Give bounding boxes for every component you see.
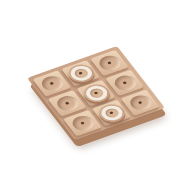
recess-center-hole [107, 62, 111, 65]
disc-piece[interactable] [79, 81, 114, 105]
cell-recess [53, 93, 82, 113]
cell-recess [68, 113, 97, 133]
recess-center-hole [138, 101, 142, 104]
recess-center-hole [50, 82, 54, 85]
recess-center-hole [80, 122, 84, 125]
disc-white-ring [82, 83, 111, 103]
disc-center-hole [94, 92, 98, 95]
recess-center-hole [65, 102, 69, 105]
disc-piece[interactable] [63, 61, 98, 85]
disc-white-ring [97, 103, 126, 123]
cell-recess [126, 93, 155, 113]
disc-piece[interactable] [94, 101, 129, 125]
cell-recess [37, 74, 66, 94]
disc-center-hole [109, 111, 113, 114]
cell-recess [110, 73, 139, 93]
photo-background [0, 0, 190, 190]
disc-white-ring [66, 63, 95, 83]
recess-center-hole [123, 81, 127, 84]
cell-recess [95, 53, 124, 73]
disc-center-hole [79, 72, 83, 75]
